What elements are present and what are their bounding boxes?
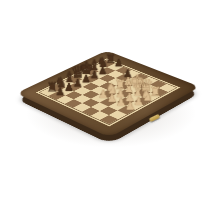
black-pawn: ♟ [47, 86, 73, 97]
product-photo: ♜♞♝♛♚♝♞♜♟♟♟♟♟♟♟♟♟♞♜♟♟♟♝♚♟♟♝♛♟♟♞♜ [0, 0, 220, 200]
square-a7: ♟ [48, 92, 65, 100]
white-pawn: ♟ [117, 100, 144, 112]
